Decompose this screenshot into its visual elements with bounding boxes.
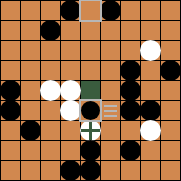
white-defender-stone[interactable] bbox=[40, 80, 61, 101]
motion-lines-icon bbox=[104, 105, 117, 117]
cell-r8c8[interactable] bbox=[161, 161, 180, 180]
cell-r7c1[interactable] bbox=[21, 141, 40, 160]
cell-r4c6[interactable] bbox=[121, 81, 140, 100]
cell-r3c4[interactable] bbox=[81, 61, 100, 80]
cell-r2c3[interactable] bbox=[61, 41, 80, 60]
black-attacker-stone[interactable] bbox=[60, 0, 81, 21]
cell-r0c1[interactable] bbox=[21, 1, 40, 20]
cell-r1c3[interactable] bbox=[61, 21, 80, 40]
cell-r7c2[interactable] bbox=[41, 141, 60, 160]
cell-r6c2[interactable] bbox=[41, 121, 60, 140]
cell-r7c5[interactable] bbox=[101, 141, 120, 160]
cell-r5c6[interactable] bbox=[121, 101, 140, 120]
black-attacker-stone[interactable] bbox=[20, 120, 41, 141]
black-attacker-stone[interactable] bbox=[140, 100, 161, 121]
black-attacker-stone[interactable] bbox=[40, 20, 61, 41]
cell-r3c2[interactable] bbox=[41, 61, 60, 80]
cell-r7c4[interactable] bbox=[81, 141, 100, 160]
cell-r7c0[interactable] bbox=[1, 141, 20, 160]
cell-r0c3[interactable] bbox=[61, 1, 80, 20]
cell-r2c5[interactable] bbox=[101, 41, 120, 60]
cell-r5c3[interactable] bbox=[61, 101, 80, 120]
move-origin-highlight[interactable] bbox=[81, 1, 100, 20]
black-attacker-stone[interactable] bbox=[0, 100, 21, 121]
cell-r8c7[interactable] bbox=[141, 161, 160, 180]
cell-r4c3[interactable] bbox=[61, 81, 80, 100]
black-attacker-stone[interactable] bbox=[80, 140, 101, 161]
cell-r6c8[interactable] bbox=[161, 121, 180, 140]
cell-r7c7[interactable] bbox=[141, 141, 160, 160]
board bbox=[0, 0, 181, 181]
black-attacker-stone[interactable] bbox=[60, 160, 81, 181]
cell-r2c0[interactable] bbox=[1, 41, 20, 60]
cell-r0c6[interactable] bbox=[121, 1, 140, 20]
cell-r2c2[interactable] bbox=[41, 41, 60, 60]
cell-r0c0[interactable] bbox=[1, 1, 20, 20]
cell-r1c8[interactable] bbox=[161, 21, 180, 40]
cell-r3c0[interactable] bbox=[1, 61, 20, 80]
cell-r2c1[interactable] bbox=[21, 41, 40, 60]
moved-piece-highlight[interactable] bbox=[81, 101, 100, 120]
cell-r0c5[interactable] bbox=[101, 1, 120, 20]
black-attacker-stone[interactable] bbox=[0, 80, 21, 101]
cell-r4c5[interactable] bbox=[101, 81, 120, 100]
white-defender-stone[interactable] bbox=[140, 40, 161, 61]
cell-r5c0[interactable] bbox=[1, 101, 20, 120]
cell-r0c7[interactable] bbox=[141, 1, 160, 20]
cell-r6c7[interactable] bbox=[141, 121, 160, 140]
cell-r1c6[interactable] bbox=[121, 21, 140, 40]
cell-r7c6[interactable] bbox=[121, 141, 140, 160]
cell-r8c3[interactable] bbox=[61, 161, 80, 180]
cell-r2c6[interactable] bbox=[121, 41, 140, 60]
white-defender-stone[interactable] bbox=[140, 120, 161, 141]
white-defender-stone[interactable] bbox=[60, 100, 81, 121]
cell-r3c1[interactable] bbox=[21, 61, 40, 80]
cell-r6c4[interactable] bbox=[81, 121, 100, 140]
cell-r2c8[interactable] bbox=[161, 41, 180, 60]
cell-r8c1[interactable] bbox=[21, 161, 40, 180]
white-defender-stone[interactable] bbox=[60, 80, 81, 101]
cell-r4c1[interactable] bbox=[21, 81, 40, 100]
cell-r2c4[interactable] bbox=[81, 41, 100, 60]
cell-r4c2[interactable] bbox=[41, 81, 60, 100]
black-attacker-stone[interactable] bbox=[120, 80, 141, 101]
cell-r4c8[interactable] bbox=[161, 81, 180, 100]
black-attacker-stone[interactable] bbox=[81, 101, 100, 120]
cell-r6c0[interactable] bbox=[1, 121, 20, 140]
cell-r1c5[interactable] bbox=[101, 21, 120, 40]
cell-r3c8[interactable] bbox=[161, 61, 180, 80]
cell-r5c2[interactable] bbox=[41, 101, 60, 120]
throne-square[interactable] bbox=[81, 81, 100, 100]
cell-r1c0[interactable] bbox=[1, 21, 20, 40]
cell-r5c5[interactable] bbox=[101, 101, 120, 120]
cell-r1c2[interactable] bbox=[41, 21, 60, 40]
cell-r3c5[interactable] bbox=[101, 61, 120, 80]
cell-r2c7[interactable] bbox=[141, 41, 160, 60]
cell-r8c5[interactable] bbox=[101, 161, 120, 180]
cell-r6c5[interactable] bbox=[101, 121, 120, 140]
cell-r3c6[interactable] bbox=[121, 61, 140, 80]
cell-r1c7[interactable] bbox=[141, 21, 160, 40]
cell-r6c6[interactable] bbox=[121, 121, 140, 140]
cell-r5c7[interactable] bbox=[141, 101, 160, 120]
cell-r7c3[interactable] bbox=[61, 141, 80, 160]
cell-r6c1[interactable] bbox=[21, 121, 40, 140]
black-attacker-stone[interactable] bbox=[120, 100, 141, 121]
cell-r6c3[interactable] bbox=[61, 121, 80, 140]
cell-r0c8[interactable] bbox=[161, 1, 180, 20]
cell-r5c8[interactable] bbox=[161, 101, 180, 120]
black-attacker-stone[interactable] bbox=[120, 60, 141, 81]
cell-r4c0[interactable] bbox=[1, 81, 20, 100]
cell-r7c8[interactable] bbox=[161, 141, 180, 160]
black-attacker-stone[interactable] bbox=[120, 140, 141, 161]
cell-r3c7[interactable] bbox=[141, 61, 160, 80]
cell-r5c1[interactable] bbox=[21, 101, 40, 120]
cell-r8c4[interactable] bbox=[81, 161, 100, 180]
cell-r8c0[interactable] bbox=[1, 161, 20, 180]
cell-r1c1[interactable] bbox=[21, 21, 40, 40]
cell-r3c3[interactable] bbox=[61, 61, 80, 80]
cell-r4c7[interactable] bbox=[141, 81, 160, 100]
cell-r8c2[interactable] bbox=[41, 161, 60, 180]
cell-r0c2[interactable] bbox=[41, 1, 60, 20]
cell-r8c6[interactable] bbox=[121, 161, 140, 180]
cell-r1c4[interactable] bbox=[81, 21, 100, 40]
black-attacker-stone[interactable] bbox=[100, 0, 121, 21]
black-attacker-stone[interactable] bbox=[160, 60, 181, 81]
black-attacker-stone[interactable] bbox=[80, 160, 101, 181]
king-cross-icon bbox=[81, 129, 100, 132]
